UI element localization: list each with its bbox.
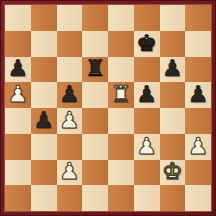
- square-e5[interactable]: ♜: [108, 82, 134, 108]
- square-e1[interactable]: [108, 185, 134, 211]
- square-h5[interactable]: ♟: [185, 82, 211, 108]
- white-pawn[interactable]: ♟: [59, 109, 80, 133]
- chess-board: ♚ ♟ ♜ ♟ ♟ ♟ ♜ ♟ ♟ ♟ ♟ ♟: [5, 5, 211, 211]
- square-g7[interactable]: [160, 31, 186, 57]
- square-d7[interactable]: [82, 31, 108, 57]
- black-pawn[interactable]: ♟: [188, 83, 209, 107]
- square-c1[interactable]: [57, 185, 83, 211]
- square-d1[interactable]: [82, 185, 108, 211]
- white-pawn[interactable]: ♟: [188, 135, 209, 159]
- square-d2[interactable]: [82, 160, 108, 186]
- square-b3[interactable]: [31, 134, 57, 160]
- square-b8[interactable]: [31, 5, 57, 31]
- square-a7[interactable]: [5, 31, 31, 57]
- square-h4[interactable]: [185, 108, 211, 134]
- square-f1[interactable]: [134, 185, 160, 211]
- black-pawn[interactable]: ♟: [136, 83, 157, 107]
- black-pawn[interactable]: ♟: [8, 57, 29, 81]
- square-h2[interactable]: [185, 160, 211, 186]
- square-d4[interactable]: [82, 108, 108, 134]
- square-f7[interactable]: ♚: [134, 31, 160, 57]
- square-c6[interactable]: [57, 57, 83, 83]
- board-frame: ♚ ♟ ♜ ♟ ♟ ♟ ♜ ♟ ♟ ♟ ♟ ♟: [0, 0, 216, 216]
- square-e2[interactable]: [108, 160, 134, 186]
- black-pawn[interactable]: ♟: [59, 83, 80, 107]
- white-king[interactable]: ♚: [162, 160, 183, 184]
- square-b2[interactable]: [31, 160, 57, 186]
- square-f4[interactable]: [134, 108, 160, 134]
- square-f3[interactable]: ♟: [134, 134, 160, 160]
- square-h3[interactable]: ♟: [185, 134, 211, 160]
- square-g2[interactable]: ♚: [160, 160, 186, 186]
- square-a4[interactable]: [5, 108, 31, 134]
- square-c8[interactable]: [57, 5, 83, 31]
- square-f5[interactable]: ♟: [134, 82, 160, 108]
- white-pawn[interactable]: ♟: [8, 83, 29, 107]
- square-a1[interactable]: [5, 185, 31, 211]
- square-a8[interactable]: [5, 5, 31, 31]
- square-d8[interactable]: [82, 5, 108, 31]
- square-b7[interactable]: [31, 31, 57, 57]
- square-h8[interactable]: [185, 5, 211, 31]
- square-f8[interactable]: [134, 5, 160, 31]
- square-g4[interactable]: [160, 108, 186, 134]
- square-e4[interactable]: [108, 108, 134, 134]
- square-e7[interactable]: [108, 31, 134, 57]
- square-c2[interactable]: ♟: [57, 160, 83, 186]
- square-b4[interactable]: ♟: [31, 108, 57, 134]
- square-c3[interactable]: [57, 134, 83, 160]
- square-d6[interactable]: ♜: [82, 57, 108, 83]
- square-c5[interactable]: ♟: [57, 82, 83, 108]
- square-a2[interactable]: [5, 160, 31, 186]
- white-pawn[interactable]: ♟: [136, 135, 157, 159]
- square-g3[interactable]: [160, 134, 186, 160]
- square-f2[interactable]: [134, 160, 160, 186]
- square-a5[interactable]: ♟: [5, 82, 31, 108]
- square-b5[interactable]: [31, 82, 57, 108]
- square-d3[interactable]: [82, 134, 108, 160]
- square-g8[interactable]: [160, 5, 186, 31]
- black-king[interactable]: ♚: [136, 32, 157, 56]
- square-e6[interactable]: [108, 57, 134, 83]
- square-g1[interactable]: [160, 185, 186, 211]
- black-rook[interactable]: ♜: [85, 57, 106, 81]
- square-c7[interactable]: [57, 31, 83, 57]
- white-rook[interactable]: ♜: [111, 83, 132, 107]
- square-f6[interactable]: [134, 57, 160, 83]
- square-d5[interactable]: [82, 82, 108, 108]
- square-h7[interactable]: [185, 31, 211, 57]
- square-a6[interactable]: ♟: [5, 57, 31, 83]
- square-c4[interactable]: ♟: [57, 108, 83, 134]
- square-g6[interactable]: ♟: [160, 57, 186, 83]
- square-b1[interactable]: [31, 185, 57, 211]
- black-pawn[interactable]: ♟: [33, 109, 54, 133]
- square-b6[interactable]: [31, 57, 57, 83]
- square-e3[interactable]: [108, 134, 134, 160]
- square-g5[interactable]: [160, 82, 186, 108]
- white-pawn[interactable]: ♟: [59, 160, 80, 184]
- square-e8[interactable]: [108, 5, 134, 31]
- square-h1[interactable]: [185, 185, 211, 211]
- black-pawn[interactable]: ♟: [162, 57, 183, 81]
- square-a3[interactable]: [5, 134, 31, 160]
- square-h6[interactable]: [185, 57, 211, 83]
